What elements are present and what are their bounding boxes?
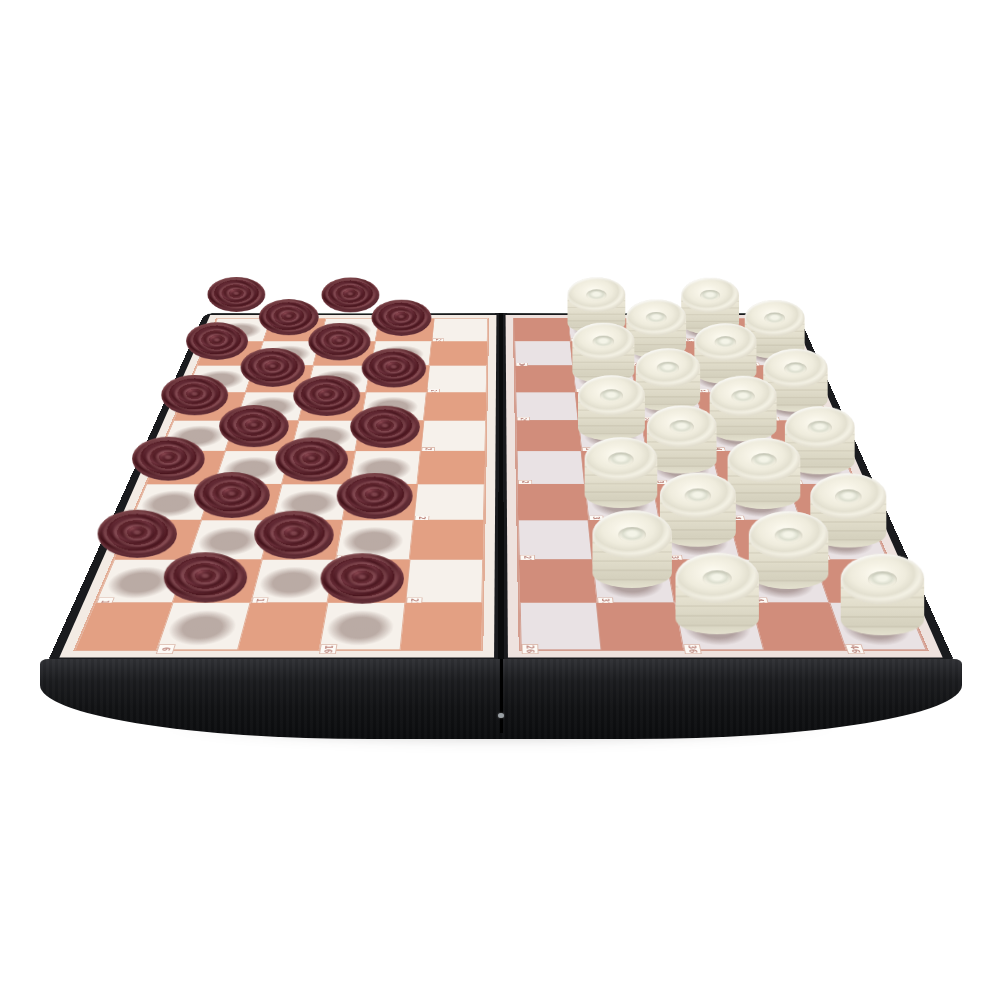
- light-checker-piece[interactable]: [829, 603, 927, 650]
- square-number-label: 27: [520, 555, 535, 563]
- board-plane: 5152510204142491931323818212227171112161…: [46, 313, 956, 665]
- board-square[interactable]: 26: [520, 603, 602, 650]
- board-square-unplayable: [515, 366, 576, 392]
- board-square-unplayable: [423, 392, 486, 420]
- board-square[interactable]: 6: [157, 603, 251, 650]
- board-square[interactable]: 22: [413, 484, 484, 520]
- board-square[interactable]: 21: [405, 560, 483, 603]
- fold-seam-front: [500, 659, 503, 733]
- board-square-unplayable: [429, 341, 487, 365]
- right-board-sheet: 3545304050344429394933432838483242273747…: [506, 315, 943, 657]
- board-square-unplayable: [514, 318, 570, 341]
- board-square[interactable]: 27: [518, 520, 593, 559]
- board-square-unplayable: [516, 420, 582, 451]
- board-square[interactable]: 23: [420, 420, 486, 451]
- board-square-unplayable: [409, 520, 484, 559]
- clasp-dot: [498, 713, 504, 718]
- board-square[interactable]: 24: [426, 366, 487, 392]
- board-square[interactable]: 29: [516, 392, 579, 420]
- board-square[interactable]: 46: [829, 603, 927, 650]
- board-square[interactable]: 30: [515, 341, 573, 365]
- checker-area: 3545304050344429394933432838483242273747…: [513, 318, 929, 651]
- left-board-sheet: 5152510204142491931323818212227171112161…: [59, 315, 496, 657]
- product-photo-backdrop: 5152510204142491931323818212227171112161…: [0, 0, 1002, 1002]
- light-checker-piece[interactable]: [593, 560, 675, 603]
- board-square[interactable]: 36: [674, 603, 764, 650]
- board-case-left-half: 5152510204142491931323818212227171112161…: [46, 313, 499, 665]
- checker-area: 5152510204142491931323818212227171112161…: [73, 318, 489, 651]
- board-square[interactable]: 16: [319, 603, 405, 650]
- board-square-unplayable: [400, 603, 482, 650]
- square-number-label: 26: [522, 644, 539, 654]
- dark-checker-piece[interactable]: [319, 603, 405, 650]
- board-square-unplayable: [417, 451, 485, 484]
- dark-checker-piece[interactable]: [157, 603, 251, 650]
- board-square-unplayable: [519, 560, 597, 603]
- board-square-unplayable: [517, 484, 588, 520]
- case-front-face: [40, 659, 962, 739]
- board-case-right-half: 3545304050344429394933432838483242273747…: [503, 313, 956, 665]
- light-checker-piece[interactable]: [674, 603, 764, 650]
- board-square[interactable]: 28: [517, 451, 585, 484]
- board-square[interactable]: 31: [593, 560, 675, 603]
- board-square[interactable]: 25: [431, 318, 487, 341]
